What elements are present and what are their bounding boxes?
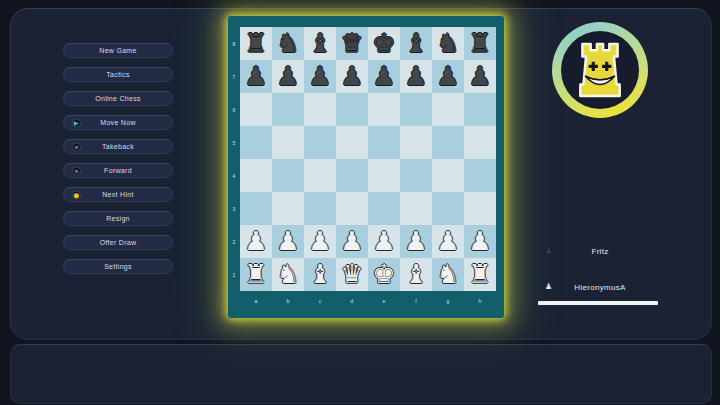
square-g1[interactable]: ♞ bbox=[432, 258, 464, 291]
square-h5[interactable] bbox=[464, 126, 496, 159]
square-g8[interactable]: ♞ bbox=[432, 27, 464, 60]
takeback-label: Takeback bbox=[102, 143, 134, 150]
square-h1[interactable]: ♜ bbox=[464, 258, 496, 291]
square-d1[interactable]: ♛ bbox=[336, 258, 368, 291]
white-pawn[interactable]: ♟ bbox=[368, 225, 400, 258]
file-label-e: e bbox=[368, 294, 400, 312]
resign-label: Resign bbox=[106, 215, 130, 222]
white-pawn[interactable]: ♟ bbox=[400, 225, 432, 258]
square-a4[interactable] bbox=[240, 159, 272, 192]
square-e6[interactable] bbox=[368, 93, 400, 126]
square-c4[interactable] bbox=[304, 159, 336, 192]
square-d4[interactable] bbox=[336, 159, 368, 192]
rank-label-3: 3 bbox=[228, 192, 240, 225]
notation-panel bbox=[10, 344, 712, 404]
rank-label-5: 5 bbox=[228, 126, 240, 159]
black-pawn[interactable]: ♟ bbox=[432, 60, 464, 93]
file-label-b: b bbox=[272, 294, 304, 312]
square-b6[interactable] bbox=[272, 93, 304, 126]
fritz-logo bbox=[561, 31, 639, 109]
tactics-label: Tactics bbox=[106, 71, 130, 78]
white-pawn[interactable]: ♟ bbox=[272, 225, 304, 258]
square-h4[interactable] bbox=[464, 159, 496, 192]
offer-draw-button[interactable]: Offer Draw bbox=[63, 235, 173, 250]
white-pawn[interactable]: ♟ bbox=[304, 225, 336, 258]
smiling-rook-icon bbox=[575, 41, 625, 99]
white-pawn[interactable]: ♟ bbox=[432, 225, 464, 258]
new-game-label: New Game bbox=[99, 47, 136, 54]
settings-button[interactable]: Settings bbox=[63, 259, 173, 274]
square-g3[interactable] bbox=[432, 192, 464, 225]
square-d7[interactable]: ♟ bbox=[336, 60, 368, 93]
square-g4[interactable] bbox=[432, 159, 464, 192]
black-pawn[interactable]: ♟ bbox=[240, 60, 272, 93]
square-d2[interactable]: ♟ bbox=[336, 225, 368, 258]
square-f5[interactable] bbox=[400, 126, 432, 159]
black-knight[interactable]: ♞ bbox=[272, 27, 304, 60]
white-knight[interactable]: ♞ bbox=[432, 258, 464, 291]
sidebar: New Game Tactics Online Chess ▶ Move Now… bbox=[63, 43, 173, 274]
fast-forward-icon: » bbox=[72, 166, 81, 175]
black-bishop[interactable]: ♝ bbox=[400, 27, 432, 60]
square-h2[interactable]: ♟ bbox=[464, 225, 496, 258]
square-h8[interactable]: ♜ bbox=[464, 27, 496, 60]
square-f3[interactable] bbox=[400, 192, 432, 225]
rank-label-6: 6 bbox=[228, 93, 240, 126]
square-a2[interactable]: ♟ bbox=[240, 225, 272, 258]
offer-draw-label: Offer Draw bbox=[100, 239, 137, 246]
black-knight[interactable]: ♞ bbox=[432, 27, 464, 60]
square-b8[interactable]: ♞ bbox=[272, 27, 304, 60]
square-b4[interactable] bbox=[272, 159, 304, 192]
board-grid[interactable]: ♜♞♝♛♚♝♞♜♟♟♟♟♟♟♟♟♟♟♟♟♟♟♟♟♜♞♝♛♚♝♞♜ bbox=[240, 27, 496, 291]
black-queen[interactable]: ♛ bbox=[336, 27, 368, 60]
square-g7[interactable]: ♟ bbox=[432, 60, 464, 93]
rank-label-1: 1 bbox=[228, 258, 240, 291]
square-a8[interactable]: ♜ bbox=[240, 27, 272, 60]
white-rook[interactable]: ♜ bbox=[464, 258, 496, 291]
square-a6[interactable] bbox=[240, 93, 272, 126]
player-white-name: HieronymusA bbox=[574, 283, 625, 292]
square-e5[interactable] bbox=[368, 126, 400, 159]
player-black-row[interactable]: ♟ Fritz bbox=[525, 244, 675, 258]
square-e4[interactable] bbox=[368, 159, 400, 192]
next-hint-button[interactable]: ⬤ Next Hint bbox=[63, 187, 173, 202]
square-b5[interactable] bbox=[272, 126, 304, 159]
black-pawn[interactable]: ♟ bbox=[336, 60, 368, 93]
move-now-button[interactable]: ▶ Move Now bbox=[63, 115, 173, 130]
online-chess-label: Online Chess bbox=[95, 95, 141, 102]
square-d3[interactable] bbox=[336, 192, 368, 225]
new-game-button[interactable]: New Game bbox=[63, 43, 173, 58]
square-e3[interactable] bbox=[368, 192, 400, 225]
square-c6[interactable] bbox=[304, 93, 336, 126]
rank-label-2: 2 bbox=[228, 225, 240, 258]
black-pawn[interactable]: ♟ bbox=[304, 60, 336, 93]
square-c1[interactable]: ♝ bbox=[304, 258, 336, 291]
square-f4[interactable] bbox=[400, 159, 432, 192]
rewind-icon: « bbox=[72, 142, 81, 151]
file-label-d: d bbox=[336, 294, 368, 312]
white-pawn[interactable]: ♟ bbox=[336, 225, 368, 258]
square-a1[interactable]: ♜ bbox=[240, 258, 272, 291]
forward-label: Forward bbox=[104, 167, 132, 174]
square-c2[interactable]: ♟ bbox=[304, 225, 336, 258]
black-pawn-icon: ♟ bbox=[545, 247, 552, 255]
player-list: ♟ Fritz ♟ HieronymusA bbox=[525, 244, 675, 316]
white-pawn[interactable]: ♟ bbox=[240, 225, 272, 258]
black-bishop[interactable]: ♝ bbox=[304, 27, 336, 60]
square-e7[interactable]: ♟ bbox=[368, 60, 400, 93]
black-pawn[interactable]: ♟ bbox=[400, 60, 432, 93]
square-g6[interactable] bbox=[432, 93, 464, 126]
file-label-c: c bbox=[304, 294, 336, 312]
file-labels: abcdefgh bbox=[240, 294, 496, 312]
square-c7[interactable]: ♟ bbox=[304, 60, 336, 93]
settings-label: Settings bbox=[104, 263, 132, 270]
square-g2[interactable]: ♟ bbox=[432, 225, 464, 258]
square-d5[interactable] bbox=[336, 126, 368, 159]
rank-label-4: 4 bbox=[228, 159, 240, 192]
square-b3[interactable] bbox=[272, 192, 304, 225]
square-d8[interactable]: ♛ bbox=[336, 27, 368, 60]
square-b1[interactable]: ♞ bbox=[272, 258, 304, 291]
rank-label-7: 7 bbox=[228, 60, 240, 93]
resign-button[interactable]: Resign bbox=[63, 211, 173, 226]
player-white-row[interactable]: ♟ HieronymusA bbox=[525, 280, 675, 294]
square-h6[interactable] bbox=[464, 93, 496, 126]
move-now-label: Move Now bbox=[100, 119, 135, 126]
square-e8[interactable]: ♚ bbox=[368, 27, 400, 60]
black-rook[interactable]: ♜ bbox=[464, 27, 496, 60]
file-label-h: h bbox=[464, 294, 496, 312]
file-label-a: a bbox=[240, 294, 272, 312]
square-e1[interactable]: ♚ bbox=[368, 258, 400, 291]
square-e2[interactable]: ♟ bbox=[368, 225, 400, 258]
tactics-button[interactable]: Tactics bbox=[63, 67, 173, 82]
square-h7[interactable]: ♟ bbox=[464, 60, 496, 93]
black-pawn[interactable]: ♟ bbox=[272, 60, 304, 93]
black-pawn[interactable]: ♟ bbox=[368, 60, 400, 93]
file-label-g: g bbox=[432, 294, 464, 312]
lightbulb-icon: ⬤ bbox=[72, 190, 81, 199]
white-rook[interactable]: ♜ bbox=[240, 258, 272, 291]
square-f2[interactable]: ♟ bbox=[400, 225, 432, 258]
white-bishop[interactable]: ♝ bbox=[400, 258, 432, 291]
square-f6[interactable] bbox=[400, 93, 432, 126]
white-knight[interactable]: ♞ bbox=[272, 258, 304, 291]
forward-button[interactable]: » Forward bbox=[63, 163, 173, 178]
file-label-f: f bbox=[400, 294, 432, 312]
square-h3[interactable] bbox=[464, 192, 496, 225]
fritz-logo-ring bbox=[552, 22, 648, 118]
square-a5[interactable] bbox=[240, 126, 272, 159]
black-pawn[interactable]: ♟ bbox=[464, 60, 496, 93]
white-bishop[interactable]: ♝ bbox=[304, 258, 336, 291]
square-b2[interactable]: ♟ bbox=[272, 225, 304, 258]
square-c8[interactable]: ♝ bbox=[304, 27, 336, 60]
square-d6[interactable] bbox=[336, 93, 368, 126]
square-c5[interactable] bbox=[304, 126, 336, 159]
engine-move-icon: ▶ bbox=[72, 118, 81, 127]
rank-label-8: 8 bbox=[228, 27, 240, 60]
white-king[interactable]: ♚ bbox=[368, 258, 400, 291]
square-a7[interactable]: ♟ bbox=[240, 60, 272, 93]
black-rook[interactable]: ♜ bbox=[240, 27, 272, 60]
square-a3[interactable] bbox=[240, 192, 272, 225]
active-player-bar bbox=[538, 301, 658, 305]
rank-labels: 87654321 bbox=[228, 27, 240, 291]
white-queen[interactable]: ♛ bbox=[336, 258, 368, 291]
chess-board: 87654321 ♜♞♝♛♚♝♞♜♟♟♟♟♟♟♟♟♟♟♟♟♟♟♟♟♜♞♝♛♚♝♞… bbox=[228, 16, 504, 318]
takeback-button[interactable]: « Takeback bbox=[63, 139, 173, 154]
square-f1[interactable]: ♝ bbox=[400, 258, 432, 291]
square-f8[interactable]: ♝ bbox=[400, 27, 432, 60]
square-b7[interactable]: ♟ bbox=[272, 60, 304, 93]
square-f7[interactable]: ♟ bbox=[400, 60, 432, 93]
white-pawn[interactable]: ♟ bbox=[464, 225, 496, 258]
next-hint-label: Next Hint bbox=[102, 191, 134, 198]
square-g5[interactable] bbox=[432, 126, 464, 159]
black-king[interactable]: ♚ bbox=[368, 27, 400, 60]
white-pawn-icon: ♟ bbox=[545, 283, 552, 291]
online-chess-button[interactable]: Online Chess bbox=[63, 91, 173, 106]
square-c3[interactable] bbox=[304, 192, 336, 225]
player-black-name: Fritz bbox=[591, 247, 608, 256]
